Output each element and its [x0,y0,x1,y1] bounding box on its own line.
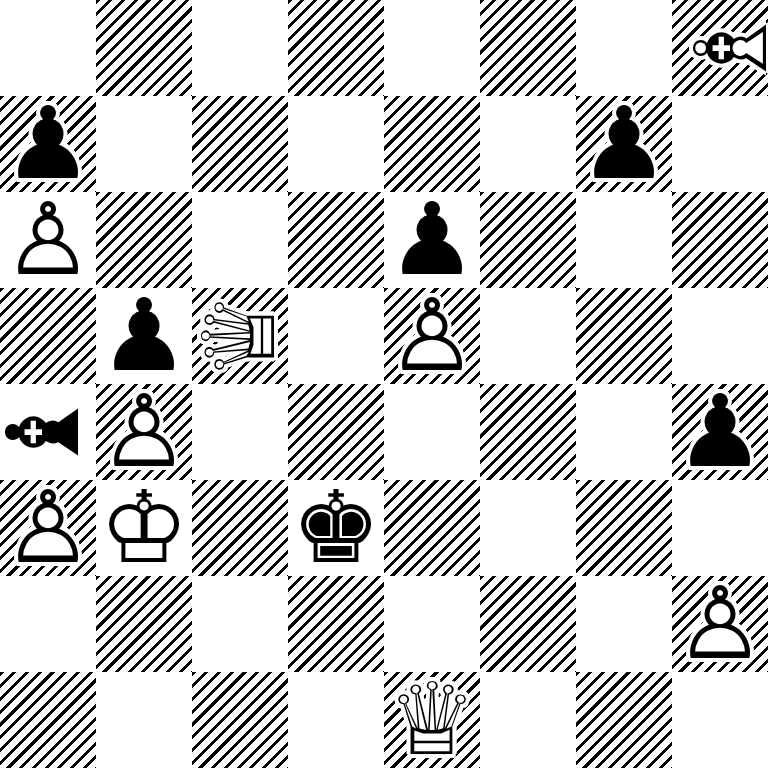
square-a8[interactable] [0,0,96,96]
square-b2[interactable] [96,576,192,672]
white-bishop-outline: ♗ [684,0,768,96]
square-b7[interactable] [96,96,192,192]
square-b8[interactable] [96,0,192,96]
black-bishop-glyph: ♝ [0,384,92,480]
white-pawn-outline: ♙ [672,576,768,672]
square-c6[interactable] [192,192,288,288]
square-a1[interactable] [0,672,96,768]
square-g5[interactable] [576,288,672,384]
square-c1[interactable] [192,672,288,768]
square-a7[interactable]: ♟ [0,96,96,192]
square-e8[interactable] [384,0,480,96]
square-h2[interactable]: ♟♙ [672,576,768,672]
piece-white-bishop-rotated[interactable]: ♝♗ [684,0,768,96]
white-queen-fill: ♛ [384,672,480,768]
square-g3[interactable] [576,480,672,576]
square-f8[interactable] [480,0,576,96]
square-f2[interactable] [480,576,576,672]
square-d7[interactable] [288,96,384,192]
square-e3[interactable] [384,480,480,576]
square-d4[interactable] [288,384,384,480]
square-f3[interactable] [480,480,576,576]
black-king-glyph: ♚ [288,480,384,576]
square-g6[interactable] [576,192,672,288]
black-pawn-glyph: ♟ [384,192,480,288]
piece-white-king[interactable]: ♚♔ [96,480,192,576]
white-queen-fill: ♛ [192,288,288,384]
square-b4[interactable]: ♟♙ [96,384,192,480]
piece-black-pawn[interactable]: ♟ [0,96,96,192]
piece-white-queen-rotated[interactable]: ♛♕ [192,288,288,384]
square-d3[interactable]: ♚ [288,480,384,576]
black-pawn-glyph: ♟ [96,288,192,384]
square-c5[interactable]: ♛♕ [192,288,288,384]
white-king-fill: ♚ [96,480,192,576]
piece-black-bishop-rotated[interactable]: ♝ [0,384,92,480]
square-b6[interactable] [96,192,192,288]
piece-white-pawn[interactable]: ♟♙ [0,480,96,576]
white-pawn-fill: ♟ [672,576,768,672]
square-b5[interactable]: ♟ [96,288,192,384]
black-pawn-glyph: ♟ [672,384,768,480]
square-a5[interactable] [0,288,96,384]
white-pawn-fill: ♟ [0,480,96,576]
square-e6[interactable]: ♟ [384,192,480,288]
square-a4[interactable]: ♝ [0,384,96,480]
square-e5[interactable]: ♟♙ [384,288,480,384]
square-e4[interactable] [384,384,480,480]
square-e2[interactable] [384,576,480,672]
white-pawn-outline: ♙ [0,192,96,288]
square-d6[interactable] [288,192,384,288]
white-pawn-outline: ♙ [96,384,192,480]
square-b1[interactable] [96,672,192,768]
square-h8[interactable]: ♝♗ [672,0,768,96]
black-pawn-glyph: ♟ [576,96,672,192]
square-g8[interactable] [576,0,672,96]
square-c7[interactable] [192,96,288,192]
black-pawn-glyph: ♟ [0,96,96,192]
square-a6[interactable]: ♟♙ [0,192,96,288]
square-f7[interactable] [480,96,576,192]
square-g2[interactable] [576,576,672,672]
white-queen-outline: ♕ [192,288,288,384]
square-h6[interactable] [672,192,768,288]
square-a2[interactable] [0,576,96,672]
square-c2[interactable] [192,576,288,672]
white-pawn-fill: ♟ [0,192,96,288]
white-bishop-fill: ♝ [684,0,768,96]
piece-black-pawn[interactable]: ♟ [672,384,768,480]
square-f1[interactable] [480,672,576,768]
square-h7[interactable] [672,96,768,192]
piece-white-pawn[interactable]: ♟♙ [96,384,192,480]
square-h3[interactable] [672,480,768,576]
square-b3[interactable]: ♚♔ [96,480,192,576]
square-d1[interactable] [288,672,384,768]
square-d5[interactable] [288,288,384,384]
white-pawn-fill: ♟ [384,288,480,384]
square-g1[interactable] [576,672,672,768]
square-e7[interactable] [384,96,480,192]
square-c8[interactable] [192,0,288,96]
square-f4[interactable] [480,384,576,480]
white-king-outline: ♔ [96,480,192,576]
piece-white-queen[interactable]: ♛♕ [384,672,480,768]
white-pawn-outline: ♙ [384,288,480,384]
square-d8[interactable] [288,0,384,96]
piece-black-king[interactable]: ♚ [288,480,384,576]
square-c3[interactable] [192,480,288,576]
piece-black-pawn[interactable]: ♟ [576,96,672,192]
white-pawn-fill: ♟ [96,384,192,480]
square-g7[interactable]: ♟ [576,96,672,192]
piece-white-pawn[interactable]: ♟♙ [384,288,480,384]
square-f5[interactable] [480,288,576,384]
square-a3[interactable]: ♟♙ [0,480,96,576]
square-h1[interactable] [672,672,768,768]
square-h5[interactable] [672,288,768,384]
white-queen-outline: ♕ [384,672,480,768]
square-d2[interactable] [288,576,384,672]
chess-board: ♝♗♟♟♟♙♟♟♛♕♟♙♝♟♙♟♟♙♚♔♚♟♙♛♕ [0,0,768,768]
piece-white-pawn[interactable]: ♟♙ [672,576,768,672]
square-c4[interactable] [192,384,288,480]
piece-white-pawn[interactable]: ♟♙ [0,192,96,288]
piece-black-pawn[interactable]: ♟ [384,192,480,288]
square-f6[interactable] [480,192,576,288]
square-g4[interactable] [576,384,672,480]
square-e1[interactable]: ♛♕ [384,672,480,768]
square-h4[interactable]: ♟ [672,384,768,480]
white-pawn-outline: ♙ [0,480,96,576]
piece-black-pawn[interactable]: ♟ [96,288,192,384]
